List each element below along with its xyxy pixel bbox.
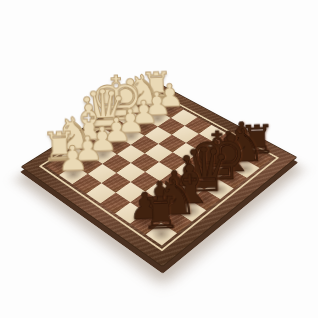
square-a8: ♜ xyxy=(146,223,177,246)
square-a5 xyxy=(100,193,130,214)
black-rook-glyph: ♜ xyxy=(140,191,181,234)
white-pawn-glyph: ♟ xyxy=(57,141,89,175)
chess-board-frame: ♜♟♟♜♞♟♟♞♝♟♟♝♚♟♟♚♛♟♟♛♝♟♟♝♞♟♟♞♜♟♟♜ xyxy=(20,82,297,267)
chess-board-wrap: ♜♟♟♜♞♟♟♞♝♟♟♝♚♟♟♚♛♟♟♛♝♟♟♝♞♟♟♞♜♟♟♜ xyxy=(20,82,297,267)
product-photo-chess-set: ♜♟♟♜♞♟♟♞♝♟♟♝♚♟♟♚♛♟♟♛♝♟♟♝♞♟♟♞♜♟♟♜ xyxy=(0,0,318,318)
board-pinstripe-border: ♜♟♟♜♞♟♟♞♝♟♟♝♚♟♟♚♛♟♟♛♝♟♟♝♞♟♟♞♜♟♟♜ xyxy=(39,91,279,251)
scene-3d: ♜♟♟♜♞♟♟♞♝♟♟♝♚♟♟♚♛♟♟♛♝♟♟♝♞♟♟♞♜♟♟♜ xyxy=(0,0,318,318)
square-a2: ♟ xyxy=(59,165,88,184)
